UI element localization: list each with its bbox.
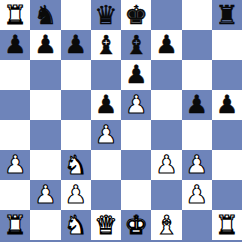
piece-black-pawn[interactable]: ♟ [125, 60, 147, 90]
square-a5[interactable] [0, 90, 30, 120]
piece-white-pawn[interactable]: ♟ [95, 120, 117, 150]
square-d8[interactable]: ♛ [91, 0, 121, 30]
square-g2[interactable]: ♟ [182, 180, 212, 210]
square-e2[interactable] [121, 180, 151, 210]
square-h6[interactable] [212, 60, 242, 90]
square-c5[interactable] [61, 90, 91, 120]
square-b3[interactable] [30, 150, 60, 180]
square-a8[interactable]: ♜ [0, 0, 30, 30]
square-a4[interactable] [0, 120, 30, 150]
square-d7[interactable]: ♝ [91, 30, 121, 60]
piece-white-pawn[interactable]: ♟ [185, 180, 207, 210]
square-a1[interactable]: ♜ [0, 210, 30, 240]
piece-black-rook[interactable]: ♜ [215, 0, 238, 30]
piece-white-queen[interactable]: ♛ [94, 210, 117, 240]
square-h3[interactable] [212, 150, 242, 180]
square-e1[interactable]: ♚ [121, 210, 151, 240]
square-d1[interactable]: ♛ [91, 210, 121, 240]
piece-black-pawn[interactable]: ♟ [155, 30, 177, 60]
piece-white-rook[interactable]: ♜ [215, 210, 238, 240]
square-g5[interactable]: ♟ [182, 90, 212, 120]
square-g7[interactable] [182, 30, 212, 60]
piece-black-pawn[interactable]: ♟ [34, 30, 56, 60]
square-h8[interactable]: ♜ [212, 0, 242, 30]
piece-white-pawn[interactable]: ♟ [64, 180, 86, 210]
piece-black-pawn[interactable]: ♟ [4, 30, 26, 60]
piece-black-queen[interactable]: ♛ [94, 0, 117, 30]
piece-black-pawn[interactable]: ♟ [95, 90, 117, 120]
chess-board-container: ♜♞♛♚♜♟♟♟♝♝♟♟♟♟♟♟♟♟♞♟♟♟♟♟♜♞♛♚♝♜ [0, 0, 242, 242]
square-b6[interactable] [30, 60, 60, 90]
square-c1[interactable]: ♞ [61, 210, 91, 240]
square-b8[interactable]: ♞ [30, 0, 60, 30]
square-f6[interactable] [151, 60, 181, 90]
square-e6[interactable]: ♟ [121, 60, 151, 90]
square-g8[interactable] [182, 0, 212, 30]
chess-board: ♜♞♛♚♜♟♟♟♝♝♟♟♟♟♟♟♟♟♞♟♟♟♟♟♜♞♛♚♝♜ [0, 0, 242, 242]
square-a2[interactable] [0, 180, 30, 210]
square-f4[interactable] [151, 120, 181, 150]
square-g4[interactable] [182, 120, 212, 150]
square-f8[interactable] [151, 0, 181, 30]
piece-white-pawn[interactable]: ♟ [155, 150, 177, 180]
piece-black-pawn[interactable]: ♟ [216, 90, 238, 120]
square-a7[interactable]: ♟ [0, 30, 30, 60]
square-c3[interactable]: ♞ [61, 150, 91, 180]
square-b1[interactable] [30, 210, 60, 240]
square-d4[interactable]: ♟ [91, 120, 121, 150]
piece-black-pawn[interactable]: ♟ [64, 30, 86, 60]
square-f5[interactable] [151, 90, 181, 120]
piece-white-pawn[interactable]: ♟ [34, 180, 56, 210]
square-f7[interactable]: ♟ [151, 30, 181, 60]
square-b5[interactable] [30, 90, 60, 120]
square-c4[interactable] [61, 120, 91, 150]
piece-white-pawn[interactable]: ♟ [4, 150, 26, 180]
square-a3[interactable]: ♟ [0, 150, 30, 180]
piece-black-bishop[interactable]: ♝ [94, 30, 117, 60]
piece-white-knight[interactable]: ♞ [64, 210, 87, 240]
square-h1[interactable]: ♜ [212, 210, 242, 240]
square-g1[interactable] [182, 210, 212, 240]
piece-white-pawn[interactable]: ♟ [185, 150, 207, 180]
square-c8[interactable] [61, 0, 91, 30]
square-h5[interactable]: ♟ [212, 90, 242, 120]
square-f2[interactable] [151, 180, 181, 210]
square-e3[interactable] [121, 150, 151, 180]
piece-white-knight[interactable]: ♞ [64, 150, 87, 180]
square-c7[interactable]: ♟ [61, 30, 91, 60]
square-d3[interactable] [91, 150, 121, 180]
square-d2[interactable] [91, 180, 121, 210]
square-g3[interactable]: ♟ [182, 150, 212, 180]
piece-white-pawn[interactable]: ♟ [125, 90, 147, 120]
piece-white-rook[interactable]: ♜ [3, 210, 26, 240]
piece-black-king[interactable]: ♚ [124, 0, 147, 30]
square-d5[interactable]: ♟ [91, 90, 121, 120]
square-h4[interactable] [212, 120, 242, 150]
piece-white-bishop[interactable]: ♝ [155, 210, 178, 240]
square-b4[interactable] [30, 120, 60, 150]
square-a6[interactable] [0, 60, 30, 90]
piece-white-rook[interactable]: ♜ [3, 0, 26, 30]
square-f1[interactable]: ♝ [151, 210, 181, 240]
square-h7[interactable] [212, 30, 242, 60]
square-c6[interactable] [61, 60, 91, 90]
square-e8[interactable]: ♚ [121, 0, 151, 30]
piece-black-bishop[interactable]: ♝ [124, 30, 147, 60]
square-f3[interactable]: ♟ [151, 150, 181, 180]
piece-black-pawn[interactable]: ♟ [185, 90, 207, 120]
square-b2[interactable]: ♟ [30, 180, 60, 210]
square-h2[interactable] [212, 180, 242, 210]
square-e7[interactable]: ♝ [121, 30, 151, 60]
square-b7[interactable]: ♟ [30, 30, 60, 60]
square-g6[interactable] [182, 60, 212, 90]
piece-black-knight[interactable]: ♞ [34, 0, 57, 30]
square-d6[interactable] [91, 60, 121, 90]
piece-white-king[interactable]: ♚ [124, 210, 147, 240]
square-e4[interactable] [121, 120, 151, 150]
square-c2[interactable]: ♟ [61, 180, 91, 210]
square-e5[interactable]: ♟ [121, 90, 151, 120]
